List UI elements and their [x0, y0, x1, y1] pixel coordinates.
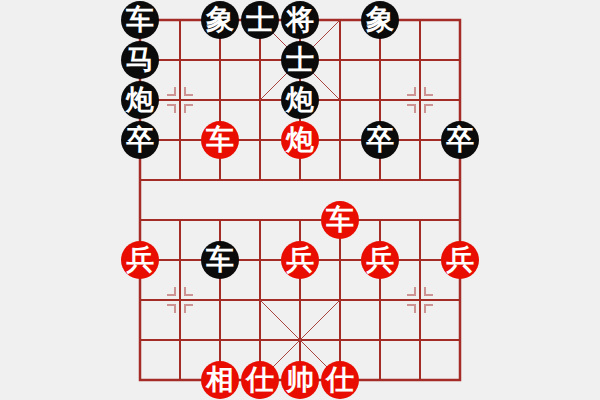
point-mark — [425, 105, 433, 113]
point-mark — [185, 105, 193, 113]
point-mark — [185, 87, 193, 95]
point-mark — [425, 305, 433, 313]
point-mark — [407, 105, 415, 113]
point-mark — [185, 287, 193, 295]
piece-red-pawn[interactable]: 兵 — [281, 241, 319, 279]
piece-red-advisor[interactable]: 仕 — [321, 361, 359, 399]
piece-red-pawn[interactable]: 兵 — [361, 241, 399, 279]
piece-black-cannon[interactable]: 炮 — [281, 81, 319, 119]
piece-red-chariot[interactable]: 车 — [201, 121, 239, 159]
piece-black-advisor[interactable]: 士 — [241, 1, 279, 39]
point-mark — [407, 87, 415, 95]
point-mark — [407, 287, 415, 295]
piece-black-general[interactable]: 将 — [281, 1, 319, 39]
point-mark — [167, 305, 175, 313]
piece-black-pawn[interactable]: 卒 — [441, 121, 479, 159]
piece-black-chariot[interactable]: 车 — [201, 241, 239, 279]
xiangqi-board[interactable]: 车象士将象马士炮炮卒车炮卒卒车兵车兵兵兵相仕帅仕 — [140, 20, 460, 380]
app-background: { "game": "xiangqi", "colors": { "backgr… — [0, 0, 600, 400]
point-mark — [425, 87, 433, 95]
piece-red-pawn[interactable]: 兵 — [121, 241, 159, 279]
piece-black-advisor[interactable]: 士 — [281, 41, 319, 79]
piece-red-chariot[interactable]: 车 — [321, 201, 359, 239]
piece-black-elephant[interactable]: 象 — [201, 1, 239, 39]
piece-red-advisor[interactable]: 仕 — [241, 361, 279, 399]
point-mark — [167, 87, 175, 95]
piece-black-cannon[interactable]: 炮 — [121, 81, 159, 119]
piece-black-pawn[interactable]: 卒 — [121, 121, 159, 159]
point-mark — [425, 287, 433, 295]
piece-black-chariot[interactable]: 车 — [121, 1, 159, 39]
piece-red-pawn[interactable]: 兵 — [441, 241, 479, 279]
piece-black-elephant[interactable]: 象 — [361, 1, 399, 39]
piece-red-elephant[interactable]: 相 — [201, 361, 239, 399]
piece-red-cannon[interactable]: 炮 — [281, 121, 319, 159]
piece-black-pawn[interactable]: 卒 — [361, 121, 399, 159]
point-mark — [185, 305, 193, 313]
piece-red-general[interactable]: 帅 — [281, 361, 319, 399]
point-mark — [167, 287, 175, 295]
point-mark — [407, 305, 415, 313]
point-mark — [167, 105, 175, 113]
piece-black-horse[interactable]: 马 — [121, 41, 159, 79]
